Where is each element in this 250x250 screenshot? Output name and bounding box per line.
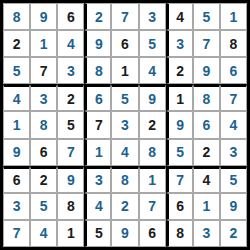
cell-r6c1[interactable]: 9 bbox=[3, 139, 30, 166]
cell-r2c5[interactable]: 6 bbox=[111, 30, 138, 57]
cell-r7c2[interactable]: 2 bbox=[30, 166, 57, 193]
cell-r3c3[interactable]: 3 bbox=[57, 57, 84, 84]
cell-r7c6[interactable]: 1 bbox=[139, 166, 166, 193]
cell-r6c6[interactable]: 8 bbox=[139, 139, 166, 166]
cell-r9c9[interactable]: 2 bbox=[220, 220, 247, 247]
cell-r6c2[interactable]: 6 bbox=[30, 139, 57, 166]
cell-r4c9[interactable]: 7 bbox=[220, 84, 247, 111]
cell-r3c9[interactable]: 6 bbox=[220, 57, 247, 84]
cell-r9c1[interactable]: 7 bbox=[3, 220, 30, 247]
cell-r4c1[interactable]: 4 bbox=[3, 84, 30, 111]
cell-r2c7[interactable]: 3 bbox=[166, 30, 193, 57]
cell-r1c3[interactable]: 6 bbox=[57, 3, 84, 30]
cell-r8c2[interactable]: 5 bbox=[30, 193, 57, 220]
cell-r8c6[interactable]: 7 bbox=[139, 193, 166, 220]
cell-r2c1[interactable]: 2 bbox=[3, 30, 30, 57]
cell-r6c4[interactable]: 1 bbox=[84, 139, 111, 166]
cell-r3c4[interactable]: 8 bbox=[84, 57, 111, 84]
cell-r3c2[interactable]: 7 bbox=[30, 57, 57, 84]
cell-r2c4[interactable]: 9 bbox=[84, 30, 111, 57]
cell-r3c8[interactable]: 9 bbox=[193, 57, 220, 84]
cell-r8c7[interactable]: 6 bbox=[166, 193, 193, 220]
cell-r4c7[interactable]: 1 bbox=[166, 84, 193, 111]
cell-r9c3[interactable]: 1 bbox=[57, 220, 84, 247]
cell-r7c3[interactable]: 9 bbox=[57, 166, 84, 193]
cell-r2c8[interactable]: 7 bbox=[193, 30, 220, 57]
cell-r5c2[interactable]: 8 bbox=[30, 111, 57, 138]
cell-r4c6[interactable]: 9 bbox=[139, 84, 166, 111]
cell-r1c2[interactable]: 9 bbox=[30, 3, 57, 30]
cell-r7c7[interactable]: 7 bbox=[166, 166, 193, 193]
cell-r5c9[interactable]: 4 bbox=[220, 111, 247, 138]
cell-r8c5[interactable]: 2 bbox=[111, 193, 138, 220]
cell-r1c9[interactable]: 1 bbox=[220, 3, 247, 30]
cell-r2c6[interactable]: 5 bbox=[139, 30, 166, 57]
sudoku-board: 8962734512149653785738142964326591871857… bbox=[0, 0, 250, 250]
cell-r7c1[interactable]: 6 bbox=[3, 166, 30, 193]
cell-r5c3[interactable]: 5 bbox=[57, 111, 84, 138]
cell-r3c7[interactable]: 2 bbox=[166, 57, 193, 84]
cell-r9c7[interactable]: 8 bbox=[166, 220, 193, 247]
cell-r4c3[interactable]: 2 bbox=[57, 84, 84, 111]
cell-r2c9[interactable]: 8 bbox=[220, 30, 247, 57]
cell-r8c1[interactable]: 3 bbox=[3, 193, 30, 220]
cell-r8c8[interactable]: 1 bbox=[193, 193, 220, 220]
cell-r1c7[interactable]: 4 bbox=[166, 3, 193, 30]
cell-r5c6[interactable]: 2 bbox=[139, 111, 166, 138]
cell-r3c5[interactable]: 1 bbox=[111, 57, 138, 84]
cell-r6c3[interactable]: 7 bbox=[57, 139, 84, 166]
cell-r4c5[interactable]: 5 bbox=[111, 84, 138, 111]
cell-r9c4[interactable]: 5 bbox=[84, 220, 111, 247]
cell-r7c5[interactable]: 8 bbox=[111, 166, 138, 193]
cell-r2c2[interactable]: 1 bbox=[30, 30, 57, 57]
cell-r4c2[interactable]: 3 bbox=[30, 84, 57, 111]
cell-r1c8[interactable]: 5 bbox=[193, 3, 220, 30]
cell-r1c6[interactable]: 3 bbox=[139, 3, 166, 30]
cell-r1c5[interactable]: 7 bbox=[111, 3, 138, 30]
cell-r9c8[interactable]: 3 bbox=[193, 220, 220, 247]
cell-r9c6[interactable]: 6 bbox=[139, 220, 166, 247]
cell-r5c8[interactable]: 6 bbox=[193, 111, 220, 138]
cell-r6c8[interactable]: 2 bbox=[193, 139, 220, 166]
cell-r7c9[interactable]: 5 bbox=[220, 166, 247, 193]
cell-r4c4[interactable]: 6 bbox=[84, 84, 111, 111]
cell-r5c5[interactable]: 3 bbox=[111, 111, 138, 138]
cell-r5c4[interactable]: 7 bbox=[84, 111, 111, 138]
cell-r1c4[interactable]: 2 bbox=[84, 3, 111, 30]
cell-r8c9[interactable]: 9 bbox=[220, 193, 247, 220]
cell-r5c1[interactable]: 1 bbox=[3, 111, 30, 138]
cell-r9c5[interactable]: 9 bbox=[111, 220, 138, 247]
cell-r3c6[interactable]: 4 bbox=[139, 57, 166, 84]
cell-r4c8[interactable]: 8 bbox=[193, 84, 220, 111]
cell-r6c9[interactable]: 3 bbox=[220, 139, 247, 166]
cell-r2c3[interactable]: 4 bbox=[57, 30, 84, 57]
cell-r6c5[interactable]: 4 bbox=[111, 139, 138, 166]
cell-r6c7[interactable]: 5 bbox=[166, 139, 193, 166]
sudoku-board-wrap: 8962734512149653785738142964326591871857… bbox=[0, 0, 250, 250]
cell-r3c1[interactable]: 5 bbox=[3, 57, 30, 84]
cell-r7c8[interactable]: 4 bbox=[193, 166, 220, 193]
cell-r8c4[interactable]: 4 bbox=[84, 193, 111, 220]
cell-r9c2[interactable]: 4 bbox=[30, 220, 57, 247]
cell-r1c1[interactable]: 8 bbox=[3, 3, 30, 30]
cell-r5c7[interactable]: 9 bbox=[166, 111, 193, 138]
cell-r7c4[interactable]: 3 bbox=[84, 166, 111, 193]
cell-r8c3[interactable]: 8 bbox=[57, 193, 84, 220]
